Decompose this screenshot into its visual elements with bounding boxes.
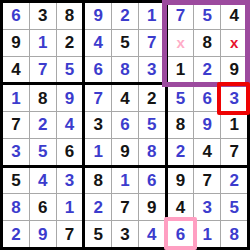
cell-r8c3[interactable]: 1	[57, 194, 83, 220]
cell-r6c1[interactable]: 3	[3, 139, 29, 165]
box-r1c2: 921457683	[85, 3, 164, 82]
cell-r5c4[interactable]: 3	[85, 112, 111, 138]
cell-r4c7[interactable]: 5	[168, 85, 194, 111]
cell-r9c1[interactable]: 2	[3, 221, 29, 247]
cell-r4c3[interactable]: 9	[57, 85, 83, 111]
cell-r3c4[interactable]: 6	[85, 57, 111, 83]
box-r1c1: 638912475	[3, 3, 82, 82]
cell-r7c4[interactable]: 8	[85, 168, 111, 194]
cell-r4c5[interactable]: 4	[112, 85, 138, 111]
cell-r5c9[interactable]: 1	[221, 112, 247, 138]
cell-r2c9[interactable]: x	[221, 30, 247, 56]
cell-r9c6[interactable]: 4	[139, 221, 165, 247]
cell-r1c6[interactable]: 1	[139, 3, 165, 29]
box-r3c3: 972435618	[168, 168, 247, 247]
cell-r9c8[interactable]: 1	[194, 221, 220, 247]
cell-r3c8[interactable]: 2	[194, 57, 220, 83]
cell-r2c4[interactable]: 4	[85, 30, 111, 56]
cell-r1c8[interactable]: 5	[194, 3, 220, 29]
cell-r8c8[interactable]: 3	[194, 194, 220, 220]
cell-r6c7[interactable]: 2	[168, 139, 194, 165]
cell-r7c2[interactable]: 4	[30, 168, 56, 194]
cell-r6c5[interactable]: 9	[112, 139, 138, 165]
cell-r1c2[interactable]: 3	[30, 3, 56, 29]
cell-r2c6[interactable]: 7	[139, 30, 165, 56]
cell-r6c3[interactable]: 6	[57, 139, 83, 165]
cell-r4c9[interactable]: 3	[221, 85, 247, 111]
cell-r3c3[interactable]: 5	[57, 57, 83, 83]
cell-r5c3[interactable]: 4	[57, 112, 83, 138]
cell-r9c4[interactable]: 5	[85, 221, 111, 247]
box-r1c3: 754x8x129	[168, 3, 247, 82]
cell-r2c5[interactable]: 5	[112, 30, 138, 56]
box-r3c1: 543861297	[3, 168, 82, 247]
cell-r9c9[interactable]: 8	[221, 221, 247, 247]
cell-r9c2[interactable]: 9	[30, 221, 56, 247]
cell-r8c7[interactable]: 4	[168, 194, 194, 220]
cell-r9c5[interactable]: 3	[112, 221, 138, 247]
cell-r8c6[interactable]: 9	[139, 194, 165, 220]
cell-r1c3[interactable]: 8	[57, 3, 83, 29]
cell-r8c2[interactable]: 6	[30, 194, 56, 220]
cell-r2c7[interactable]: x	[168, 30, 194, 56]
cell-r3c7[interactable]: 1	[168, 57, 194, 83]
cell-r5c1[interactable]: 7	[3, 112, 29, 138]
cell-r7c1[interactable]: 5	[3, 168, 29, 194]
cell-r3c6[interactable]: 3	[139, 57, 165, 83]
cell-r4c1[interactable]: 1	[3, 85, 29, 111]
cell-r5c5[interactable]: 6	[112, 112, 138, 138]
cell-r4c2[interactable]: 8	[30, 85, 56, 111]
cell-r5c2[interactable]: 2	[30, 112, 56, 138]
cell-r5c6[interactable]: 5	[139, 112, 165, 138]
cell-r9c3[interactable]: 7	[57, 221, 83, 247]
cell-r1c5[interactable]: 2	[112, 3, 138, 29]
cell-r6c8[interactable]: 4	[194, 139, 220, 165]
cell-r4c4[interactable]: 7	[85, 85, 111, 111]
cell-r2c2[interactable]: 1	[30, 30, 56, 56]
cell-r1c4[interactable]: 9	[85, 3, 111, 29]
box-r2c1: 189724356	[3, 85, 82, 164]
cell-r8c4[interactable]: 2	[85, 194, 111, 220]
cell-r8c9[interactable]: 5	[221, 194, 247, 220]
cell-r5c7[interactable]: 8	[168, 112, 194, 138]
box-r3c2: 816279534	[85, 168, 164, 247]
cell-r7c6[interactable]: 6	[139, 168, 165, 194]
cell-r7c3[interactable]: 3	[57, 168, 83, 194]
cell-r6c9[interactable]: 7	[221, 139, 247, 165]
sudoku-board: 638912475921457683754x8x1291897243567423…	[0, 0, 250, 250]
cell-r8c1[interactable]: 8	[3, 194, 29, 220]
cell-r1c7[interactable]: 7	[168, 3, 194, 29]
box-r2c2: 742365198	[85, 85, 164, 164]
box-r2c3: 563891247	[168, 85, 247, 164]
cell-r4c6[interactable]: 2	[139, 85, 165, 111]
cell-r7c9[interactable]: 2	[221, 168, 247, 194]
cell-r1c9[interactable]: 4	[221, 3, 247, 29]
cell-r7c7[interactable]: 9	[168, 168, 194, 194]
cell-r9c7[interactable]: 6	[168, 221, 194, 247]
cell-r2c1[interactable]: 9	[3, 30, 29, 56]
cell-r6c6[interactable]: 8	[139, 139, 165, 165]
cell-r3c1[interactable]: 4	[3, 57, 29, 83]
cell-r4c8[interactable]: 6	[194, 85, 220, 111]
cell-r7c5[interactable]: 1	[112, 168, 138, 194]
cell-r5c8[interactable]: 9	[194, 112, 220, 138]
cell-r2c3[interactable]: 2	[57, 30, 83, 56]
cell-r3c9[interactable]: 9	[221, 57, 247, 83]
cell-r3c2[interactable]: 7	[30, 57, 56, 83]
cell-r6c2[interactable]: 5	[30, 139, 56, 165]
cell-r8c5[interactable]: 7	[112, 194, 138, 220]
cell-r7c8[interactable]: 7	[194, 168, 220, 194]
cell-r2c8[interactable]: 8	[194, 30, 220, 56]
cell-r1c1[interactable]: 6	[3, 3, 29, 29]
cell-r3c5[interactable]: 8	[112, 57, 138, 83]
cell-r6c4[interactable]: 1	[85, 139, 111, 165]
